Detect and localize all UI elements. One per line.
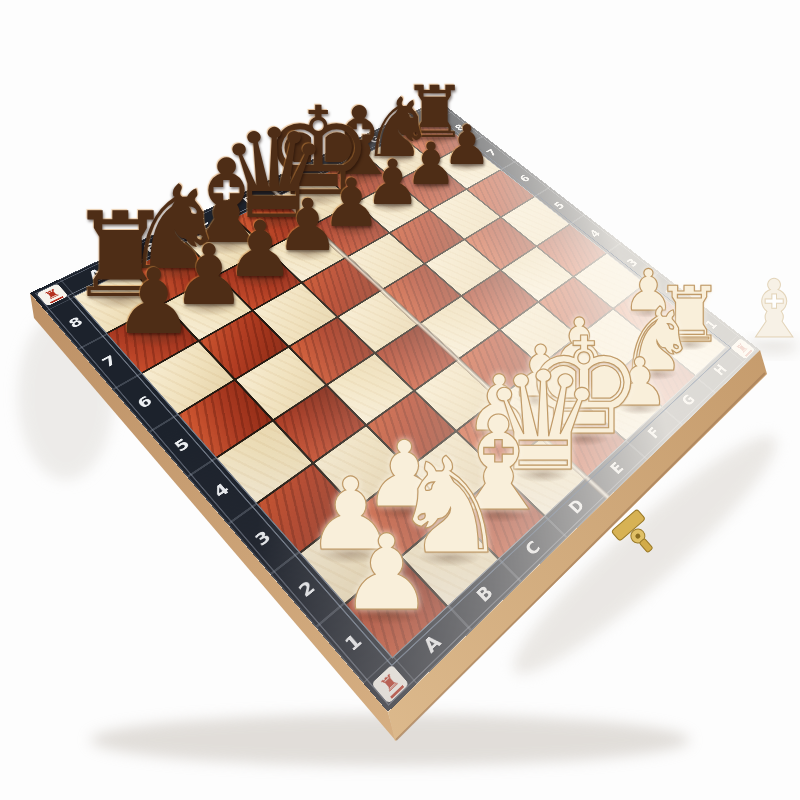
chess-set-photo: AABBCCDDEEFFGGHH1122334455667788♜♜♜♜ ♜♞♝…	[0, 0, 800, 800]
